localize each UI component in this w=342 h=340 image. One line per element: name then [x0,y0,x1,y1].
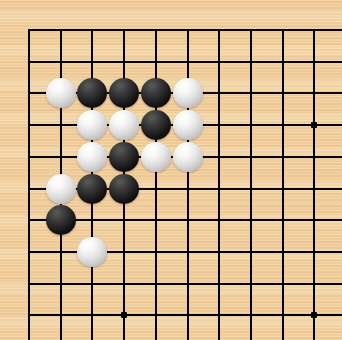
white-stone-glyph: ○ [80,142,104,172]
black-stone-glyph: ● [112,174,136,204]
black-stone-glyph: ● [48,205,72,235]
grid-line-vertical [313,29,315,340]
white-stone: ○ [173,78,203,108]
black-stone-glyph: ● [144,78,168,108]
white-stone-glyph: ○ [112,110,136,140]
white-stone-glyph: ○ [80,237,104,267]
black-stone: ● [109,142,139,172]
white-stone: ○ [109,110,139,140]
star-point [311,122,317,128]
black-stone: ● [109,174,139,204]
white-stone-glyph: ○ [80,110,104,140]
white-stone: ○ [173,110,203,140]
black-stone-glyph: ● [112,142,136,172]
grid-line-horizontal [28,314,342,316]
grid-line-horizontal [28,283,342,285]
grid-line-vertical [282,29,284,340]
black-stone-glyph: ● [80,174,104,204]
grid-line-horizontal [28,61,342,63]
star-point [311,312,317,318]
grid-line-vertical [28,29,30,340]
grid-line-horizontal [28,251,342,253]
black-stone-glyph: ● [80,78,104,108]
black-stone: ● [141,110,171,140]
black-stone-glyph: ● [144,110,168,140]
white-stone: ○ [46,174,76,204]
white-stone: ○ [77,237,107,267]
black-stone: ● [109,78,139,108]
white-stone: ○ [77,142,107,172]
black-stone: ● [77,174,107,204]
grid-line-vertical [250,29,252,340]
white-stone: ○ [46,78,76,108]
white-stone-glyph: ○ [175,78,199,108]
grid-line-vertical [218,29,220,340]
white-stone-glyph: ○ [48,174,72,204]
white-stone: ○ [141,142,171,172]
white-stone-glyph: ○ [48,78,72,108]
star-point [121,312,127,318]
go-board[interactable]: ○●●●○○○●○○●○○○●●●○ [0,0,342,340]
white-stone: ○ [173,142,203,172]
black-stone: ● [77,78,107,108]
white-stone: ○ [77,110,107,140]
grid-line-horizontal [28,29,342,31]
white-stone-glyph: ○ [144,142,168,172]
black-stone-glyph: ● [112,78,136,108]
black-stone: ● [46,205,76,235]
white-stone-glyph: ○ [175,110,199,140]
white-stone-glyph: ○ [175,142,199,172]
black-stone: ● [141,78,171,108]
